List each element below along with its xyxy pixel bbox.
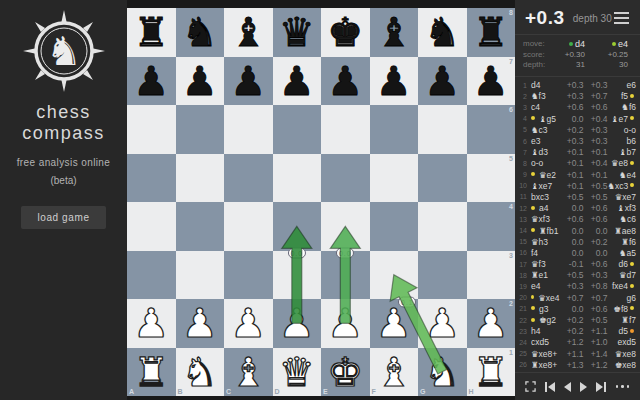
white-eval-21: 0.0 (560, 304, 584, 314)
move-row-11: 11bxc3+0.5+0.5♛xe7 (518, 191, 636, 202)
square-e2[interactable]: ♟ (321, 299, 370, 348)
svg-text:♞: ♞ (46, 28, 82, 74)
prev-move-icon (564, 382, 571, 392)
app-tagline: free analysis online (17, 157, 111, 168)
white-eval-22: +0.2 (560, 315, 584, 325)
white-move-8[interactable]: o-o (531, 158, 560, 168)
rank-label-7: 7 (509, 58, 513, 65)
white-move-19[interactable]: e4 (531, 281, 560, 291)
move-number: 11 (518, 193, 527, 200)
move-row-19: 19e4+0.3+0.8fxe4 (518, 281, 636, 292)
move-number: 9 (518, 171, 527, 178)
black-pawn-h7[interactable]: ♟ (467, 57, 516, 106)
black-bishop-c8[interactable]: ♝ (224, 8, 273, 57)
white-bishop-c1[interactable]: ♝ (224, 348, 273, 397)
black-move-14[interactable]: ♜ae8 (608, 226, 637, 236)
white-pawn-c2[interactable]: ♟ (224, 299, 273, 348)
move-number: 13 (518, 216, 527, 223)
rank-label-1: 1 (509, 349, 513, 356)
move-quality-dot (630, 262, 634, 266)
square-a3[interactable] (127, 251, 176, 300)
black-eval-17: +0.6 (584, 259, 608, 269)
white-eval-3: +0.6 (560, 102, 584, 112)
white-move-7[interactable]: ♝d3 (531, 147, 560, 157)
engine-header: +0.3 depth 30 (515, 0, 640, 35)
summary-row-score: score:+0.30+0.25+0.23 (523, 50, 634, 61)
black-eval-13: +0.6 (584, 214, 608, 224)
move-row-10: 10♝xe7+0.1+0.5♞xc3 (518, 180, 636, 191)
black-king-e8[interactable]: ♚ (321, 8, 370, 57)
square-a7[interactable]: ♟ (127, 57, 176, 106)
white-eval-24: +1.2 (560, 337, 584, 347)
black-eval-7: +0.1 (584, 147, 608, 157)
black-queen-d8[interactable]: ♛ (273, 8, 322, 57)
move-quality-dot (531, 116, 535, 120)
black-pawn-a7[interactable]: ♟ (127, 57, 176, 106)
app-title: chess compass (22, 102, 105, 143)
square-d1[interactable]: ♛D (273, 348, 322, 397)
black-move-24[interactable]: exd5 (608, 337, 637, 347)
move-row-26: 26♜xe8++1.3+1.2♚xe8 (518, 359, 636, 370)
first-move-button[interactable] (545, 382, 555, 392)
fullscreen-icon (525, 381, 536, 392)
load-game-button[interactable]: load game (21, 206, 105, 229)
white-eval-18: +0.5 (560, 270, 584, 280)
square-h5[interactable]: 5 (467, 154, 516, 203)
chess-board: ♜♞♝♛♚♝♞♜8♟♟♟♟♟♟♟♟76543♟♟♟♟♟♟♟♟2♜A♞B♝C♛D♚… (127, 8, 515, 396)
move-quality-dot (630, 183, 634, 187)
white-pawn-e2[interactable]: ♟ (321, 299, 370, 348)
app-window: ♞ chess compass free analysis online (be… (0, 0, 640, 400)
move-quality-dot (630, 161, 634, 165)
move-number: 23 (518, 328, 527, 335)
black-eval-12: +0.6 (584, 203, 608, 213)
candidate-2-move[interactable]: e4 (585, 39, 628, 50)
white-move-9[interactable]: ♛e2 (531, 170, 560, 180)
move-row-13: 13♛xf3+0.6+0.6♞c6 (518, 214, 636, 225)
white-move-4[interactable]: ♝g5 (531, 114, 560, 124)
black-move-16[interactable]: ♞a5 (608, 248, 637, 258)
square-c5[interactable] (224, 154, 273, 203)
white-move-18[interactable]: ♜e1 (531, 270, 560, 280)
rank-label-3: 3 (509, 252, 513, 259)
square-d4[interactable] (273, 202, 322, 251)
black-move-4[interactable]: ♝e7 (608, 114, 637, 124)
black-pawn-b7[interactable]: ♟ (176, 57, 225, 106)
square-b3[interactable] (176, 251, 225, 300)
square-h4[interactable]: 4 (467, 202, 516, 251)
white-eval-10: +0.1 (560, 181, 584, 191)
rank-label-8: 8 (509, 9, 513, 16)
white-move-16[interactable]: f4 (531, 248, 560, 258)
square-c7[interactable]: ♟ (224, 57, 273, 106)
white-pawn-a2[interactable]: ♟ (127, 299, 176, 348)
square-h8[interactable]: ♜8 (467, 8, 516, 57)
black-move-8[interactable]: ♛e8 (608, 158, 637, 168)
square-b1[interactable]: ♞B (176, 348, 225, 397)
white-move-21[interactable]: g3 (531, 304, 560, 314)
square-a8[interactable]: ♜ (127, 8, 176, 57)
white-move-15[interactable]: ♛h3 (531, 237, 560, 247)
square-f7[interactable]: ♟ (370, 57, 419, 106)
square-d2[interactable]: ♟ (273, 299, 322, 348)
black-eval-8: +0.4 (584, 158, 608, 168)
black-eval-2: +0.7 (584, 91, 608, 101)
black-eval-1: +0.3 (584, 80, 608, 90)
white-eval-9: +0.1 (560, 170, 584, 180)
menu-icon[interactable] (612, 10, 631, 26)
square-g6[interactable] (418, 105, 467, 154)
black-knight-g8[interactable]: ♞ (418, 8, 467, 57)
black-eval-25: +1.4 (584, 349, 608, 359)
black-move-12[interactable]: ♝xf3 (608, 203, 637, 213)
white-eval-7: +0.1 (560, 147, 584, 157)
fullscreen-button[interactable] (525, 381, 536, 392)
move-list[interactable]: 1d4+0.3+0.3e62♞f3+0.3+0.7f53c4+0.6+0.6♞f… (515, 77, 640, 373)
file-label-G: G (420, 388, 425, 395)
sidebar: ♞ chess compass free analysis online (be… (0, 0, 127, 400)
move-row-6: 6e3+0.3+0.3b6 (518, 135, 636, 146)
move-number: 25 (518, 350, 527, 357)
move-quality-dot (630, 329, 634, 333)
square-e7[interactable]: ♟ (321, 57, 370, 106)
white-move-24[interactable]: cxd5 (531, 337, 560, 347)
black-pawn-d7[interactable]: ♟ (273, 57, 322, 106)
move-number: 20 (518, 294, 527, 301)
square-h3[interactable]: 3 (467, 251, 516, 300)
square-d5[interactable] (273, 154, 322, 203)
black-eval-24: +1.0 (584, 337, 608, 347)
move-number: 1 (518, 82, 527, 89)
candidate-2-score: +0.25 (585, 50, 628, 61)
black-eval-21: +0.6 (584, 304, 608, 314)
white-move-3[interactable]: c4 (531, 102, 560, 112)
square-h6[interactable]: 6 (467, 105, 516, 154)
board-column: ♜♞♝♛♚♝♞♜8♟♟♟♟♟♟♟♟76543♟♟♟♟♟♟♟♟2♜A♞B♝C♛D♚… (127, 0, 515, 400)
black-move-1[interactable]: e6 (608, 80, 637, 90)
square-b2[interactable]: ♟ (176, 299, 225, 348)
white-eval-26: +1.3 (560, 360, 584, 370)
candidate-1-score: +0.30 (553, 50, 585, 61)
square-a6[interactable] (127, 105, 176, 154)
square-a5[interactable] (127, 154, 176, 203)
white-move-23[interactable]: h4 (531, 326, 560, 336)
square-g2[interactable]: ♟ (418, 299, 467, 348)
square-f1[interactable]: ♝F (370, 348, 419, 397)
black-move-3[interactable]: ♞f6 (608, 102, 637, 112)
white-move-1[interactable]: d4 (531, 80, 560, 90)
arrow-label-g1f3: 0.1 (398, 296, 416, 307)
beta-label: (beta) (50, 175, 76, 186)
white-move-22[interactable]: ♚g2 (531, 315, 560, 325)
move-number: 14 (518, 227, 527, 234)
square-b8[interactable]: ♞ (176, 8, 225, 57)
square-e8[interactable]: ♚ (321, 8, 370, 57)
white-eval-5: +0.2 (560, 125, 584, 135)
square-d6[interactable] (273, 105, 322, 154)
black-move-9[interactable]: ♞e4 (608, 170, 637, 180)
move-number: 17 (518, 261, 527, 268)
square-e1[interactable]: ♚E (321, 348, 370, 397)
next-move-icon (580, 382, 587, 392)
candidate-dot (612, 42, 616, 46)
black-move-23[interactable]: d5 (608, 326, 637, 336)
white-eval-16: 0.0 (560, 248, 584, 258)
white-move-14[interactable]: ♜fb1 (531, 226, 560, 236)
white-move-20[interactable]: ♛xe4 (531, 293, 560, 303)
white-eval-1: +0.3 (560, 80, 584, 90)
black-move-10[interactable]: ♞xc3 (608, 181, 637, 191)
black-move-20[interactable]: g6 (608, 293, 637, 303)
move-number: 8 (518, 160, 527, 167)
move-row-18: 18♜e1+0.5+0.3♛d7 (518, 270, 636, 281)
move-number: 6 (518, 138, 527, 145)
black-pawn-c7[interactable]: ♟ (224, 57, 273, 106)
move-row-24: 24cxd5+1.2+1.0exd5 (518, 337, 636, 348)
square-g3[interactable] (418, 251, 467, 300)
square-g1[interactable]: ♞G (418, 348, 467, 397)
black-move-25[interactable]: ♛xe8 (608, 349, 637, 359)
white-eval-6: +0.3 (560, 136, 584, 146)
black-eval-4: +0.4 (584, 114, 608, 124)
square-c1[interactable]: ♝C (224, 348, 273, 397)
candidate-summary: move:d4e4♞f3score:+0.30+0.25+0.23depth:3… (515, 35, 640, 77)
summary-row-depth: depth:313030 (523, 60, 634, 71)
prev-move-button[interactable] (564, 382, 571, 392)
black-eval-23: +1.1 (584, 326, 608, 336)
move-row-17: 17♛f3-0.1+0.6d6 (518, 259, 636, 270)
file-label-F: F (372, 388, 376, 395)
move-row-12: 12a40.0+0.6♝xf3 (518, 203, 636, 214)
app-title-line2: compass (22, 123, 105, 144)
file-label-D: D (275, 388, 280, 395)
square-g4[interactable] (418, 202, 467, 251)
square-f5[interactable] (370, 154, 419, 203)
move-row-3: 3c4+0.6+0.6♞f6 (518, 102, 636, 113)
white-eval-20: +0.7 (560, 293, 584, 303)
black-rook-h8[interactable]: ♜ (467, 8, 516, 57)
black-move-26[interactable]: ♚xe8 (608, 360, 637, 370)
black-eval-18: +0.3 (584, 270, 608, 280)
playback-controls (515, 372, 640, 400)
move-number: 15 (518, 238, 527, 245)
move-row-22: 22♚g2+0.2+0.5♜f7 (518, 314, 636, 325)
move-quality-dot (531, 172, 535, 176)
square-c3[interactable] (224, 251, 273, 300)
rank-label-4: 4 (509, 203, 513, 210)
white-eval-2: +0.3 (560, 91, 584, 101)
black-pawn-e7[interactable]: ♟ (321, 57, 370, 106)
square-b4[interactable] (176, 202, 225, 251)
black-move-19[interactable]: fxe4 (608, 281, 637, 291)
square-e5[interactable] (321, 154, 370, 203)
black-eval-20: +0.7 (584, 293, 608, 303)
white-eval-25: +1.1 (560, 349, 584, 359)
white-move-6[interactable]: e3 (531, 136, 560, 146)
candidate-3-score: +0.23 (628, 50, 640, 61)
white-pawn-g2[interactable]: ♟ (418, 299, 467, 348)
move-row-2: 2♞f3+0.3+0.7f5 (518, 91, 636, 102)
black-eval-15: +0.2 (584, 237, 608, 247)
square-b7[interactable]: ♟ (176, 57, 225, 106)
black-eval-3: +0.6 (584, 102, 608, 112)
square-d7[interactable]: ♟ (273, 57, 322, 106)
move-quality-dot (531, 206, 535, 210)
engine-panel: +0.3 depth 30 move:d4e4♞f3score:+0.30+0.… (515, 0, 640, 400)
move-row-5: 5♞c3+0.2+0.3o-o (518, 124, 636, 135)
app-title-line1: chess (22, 102, 105, 123)
move-quality-dot (531, 295, 534, 299)
square-f3[interactable] (370, 251, 419, 300)
black-move-5[interactable]: o-o (608, 125, 637, 135)
white-pawn-d2[interactable]: ♟ (273, 299, 322, 348)
white-move-2[interactable]: ♞f3 (531, 91, 560, 101)
white-eval-14: 0.0 (560, 226, 584, 236)
move-number: 4 (518, 115, 527, 122)
move-quality-dot (531, 318, 535, 322)
candidate-1-move[interactable]: d4 (553, 39, 585, 50)
square-d8[interactable]: ♛ (273, 8, 322, 57)
first-move-icon (545, 382, 547, 392)
rank-label-5: 5 (509, 155, 513, 162)
candidate-3-depth: 30 (628, 60, 640, 71)
white-knight-b1[interactable]: ♞ (176, 348, 225, 397)
move-number: 10 (518, 182, 527, 189)
move-quality-dot (630, 306, 634, 310)
black-move-7[interactable]: ♝b7 (608, 147, 637, 157)
black-move-15[interactable]: ♜f6 (608, 237, 637, 247)
file-label-E: E (323, 388, 328, 395)
black-eval-10: +0.5 (584, 181, 608, 191)
black-move-11[interactable]: ♛xe7 (608, 192, 637, 202)
move-row-20: 20♛xe4+0.7+0.7g6 (518, 292, 636, 303)
white-eval-15: 0.0 (560, 237, 584, 247)
white-move-10[interactable]: ♝xe7 (531, 181, 560, 191)
white-eval-13: +0.6 (560, 214, 584, 224)
white-move-17[interactable]: ♛f3 (531, 259, 560, 269)
last-move-icon (596, 382, 603, 392)
square-c6[interactable] (224, 105, 273, 154)
square-b5[interactable] (176, 154, 225, 203)
black-move-6[interactable]: b6 (608, 136, 637, 146)
knight-compass-logo: ♞ (19, 6, 109, 100)
black-move-21[interactable]: ♚f8 (608, 304, 637, 314)
candidate-3-move[interactable]: ♞f3 (628, 39, 640, 50)
move-row-1: 1d4+0.3+0.3e6 (518, 80, 636, 91)
candidate-1-depth: 31 (553, 60, 585, 71)
depth-label: depth 30 (565, 13, 612, 24)
black-eval-5: +0.3 (584, 125, 608, 135)
white-move-5[interactable]: ♞c3 (531, 125, 560, 135)
white-pawn-h2[interactable]: ♟ (467, 299, 516, 348)
black-eval-11: +0.5 (584, 192, 608, 202)
white-move-11[interactable]: bxc3 (531, 192, 560, 202)
next-move-button[interactable] (580, 382, 587, 392)
white-eval-12: 0.0 (560, 203, 584, 213)
move-number: 2 (518, 93, 527, 100)
last-move-button[interactable] (596, 382, 606, 392)
white-move-25[interactable]: ♛xe8+ (531, 349, 560, 359)
evaluation-score: +0.3 (525, 7, 565, 29)
move-row-23: 23h4+0.2+1.1d5 (518, 326, 636, 337)
more-options-icon (616, 385, 619, 388)
black-eval-14: 0.0 (584, 226, 608, 236)
square-g7[interactable]: ♟ (418, 57, 467, 106)
square-b6[interactable] (176, 105, 225, 154)
black-bishop-f8[interactable]: ♝ (370, 8, 419, 57)
summary-label-score: score: (523, 50, 553, 61)
move-number: 26 (518, 361, 527, 368)
white-eval-8: +0.1 (560, 158, 584, 168)
square-h7[interactable]: ♟7 (467, 57, 516, 106)
black-move-13[interactable]: ♞c6 (608, 214, 637, 224)
file-label-A: A (129, 388, 134, 395)
move-row-4: 4♝g50.0+0.4♝e7 (518, 113, 636, 124)
black-knight-b8[interactable]: ♞ (176, 8, 225, 57)
move-number: 21 (518, 305, 527, 312)
rank-label-2: 2 (509, 300, 513, 307)
black-move-22[interactable]: ♜f7 (608, 315, 637, 325)
white-rook-h1[interactable]: ♜ (467, 348, 516, 397)
square-f8[interactable]: ♝ (370, 8, 419, 57)
black-move-2[interactable]: f5 (608, 91, 637, 101)
white-queen-d1[interactable]: ♛ (273, 348, 322, 397)
move-quality-dot (630, 116, 634, 120)
white-eval-11: +0.5 (560, 192, 584, 202)
square-a1[interactable]: ♜A (127, 348, 176, 397)
move-number: 12 (518, 205, 527, 212)
white-move-12[interactable]: a4 (531, 203, 560, 213)
square-f6[interactable] (370, 105, 419, 154)
move-number: 5 (518, 126, 527, 133)
square-f4[interactable] (370, 202, 419, 251)
white-move-26[interactable]: ♜xe8+ (531, 360, 560, 370)
black-move-18[interactable]: ♛d7 (608, 270, 637, 280)
square-g8[interactable]: ♞ (418, 8, 467, 57)
summary-row-move: move:d4e4♞f3 (523, 39, 634, 50)
move-quality-dot (630, 94, 634, 98)
more-options-button[interactable] (615, 385, 631, 388)
move-row-16: 16f40.00.0♞a5 (518, 247, 636, 258)
square-e4[interactable] (321, 202, 370, 251)
square-e6[interactable] (321, 105, 370, 154)
square-c4[interactable] (224, 202, 273, 251)
square-h1[interactable]: ♜1H (467, 348, 516, 397)
move-number: 18 (518, 272, 527, 279)
move-quality-dot (531, 306, 535, 310)
black-rook-a8[interactable]: ♜ (127, 8, 176, 57)
black-pawn-f7[interactable]: ♟ (370, 57, 419, 106)
square-g5[interactable] (418, 154, 467, 203)
arrow-label-e2e4: 0.0 (336, 248, 354, 259)
white-rook-a1[interactable]: ♜ (127, 348, 176, 397)
black-move-17[interactable]: d6 (608, 259, 637, 269)
move-row-14: 14♜fb10.00.0♜ae8 (518, 225, 636, 236)
square-c2[interactable]: ♟ (224, 299, 273, 348)
square-h2[interactable]: ♟2 (467, 299, 516, 348)
file-label-H: H (469, 388, 474, 395)
square-c8[interactable]: ♝ (224, 8, 273, 57)
white-bishop-f1[interactable]: ♝ (370, 348, 419, 397)
white-move-13[interactable]: ♛xf3 (531, 214, 560, 224)
move-number: 16 (518, 249, 527, 256)
square-a2[interactable]: ♟ (127, 299, 176, 348)
square-a4[interactable] (127, 202, 176, 251)
white-pawn-b2[interactable]: ♟ (176, 299, 225, 348)
white-eval-17: -0.1 (560, 259, 584, 269)
black-pawn-g7[interactable]: ♟ (418, 57, 467, 106)
white-king-e1[interactable]: ♚ (321, 348, 370, 397)
